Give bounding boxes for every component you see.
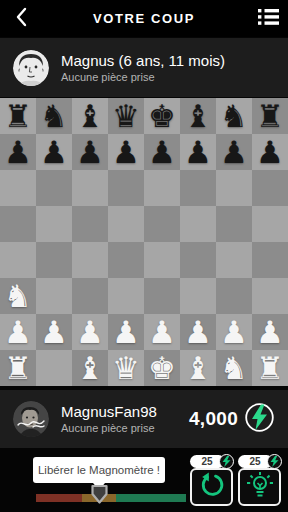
square-h3[interactable]	[252, 278, 288, 314]
square-h1[interactable]: ♜	[252, 350, 288, 386]
magnometer-marker-icon	[90, 484, 109, 509]
black-pawn-piece: ♟	[40, 134, 68, 170]
white-rook-piece: ♜	[256, 350, 284, 386]
square-e3[interactable]	[144, 278, 180, 314]
player-avatar	[13, 401, 49, 437]
square-e6[interactable]	[144, 170, 180, 206]
square-b1[interactable]	[36, 350, 72, 386]
square-d7[interactable]: ♟	[108, 134, 144, 170]
square-f6[interactable]	[180, 170, 216, 206]
black-king-piece: ♚	[148, 98, 176, 134]
square-b6[interactable]	[36, 170, 72, 206]
square-c8[interactable]: ♝	[72, 98, 108, 134]
opponent-name: Magnus (6 ans, 11 mois)	[61, 51, 275, 70]
square-f2[interactable]: ♟	[180, 314, 216, 350]
square-c1[interactable]: ♝	[72, 350, 108, 386]
square-c7[interactable]: ♟	[72, 134, 108, 170]
black-rook-piece: ♜	[256, 98, 284, 134]
white-bishop-piece: ♝	[76, 350, 104, 386]
black-bishop-piece: ♝	[76, 98, 104, 134]
opponent-panel: Magnus (6 ans, 11 mois) Aucune pièce pri…	[0, 38, 288, 97]
bolt-icon	[219, 454, 234, 469]
square-h4[interactable]	[252, 242, 288, 278]
white-knight-piece: ♞	[220, 350, 248, 386]
bolt-icon	[267, 454, 282, 469]
square-d1[interactable]: ♛	[108, 350, 144, 386]
square-h6[interactable]	[252, 170, 288, 206]
square-c3[interactable]	[72, 278, 108, 314]
white-rook-piece: ♜	[4, 350, 32, 386]
square-f4[interactable]	[180, 242, 216, 278]
opponent-info: Magnus (6 ans, 11 mois) Aucune pièce pri…	[61, 51, 275, 85]
square-g4[interactable]	[216, 242, 252, 278]
square-a7[interactable]: ♟	[0, 134, 36, 170]
square-g5[interactable]	[216, 206, 252, 242]
black-knight-piece: ♞	[40, 98, 68, 134]
square-a2[interactable]: ♟	[0, 314, 36, 350]
top-bar: VOTRE COUP	[0, 0, 288, 37]
square-g6[interactable]	[216, 170, 252, 206]
square-b4[interactable]	[36, 242, 72, 278]
white-pawn-piece: ♟	[256, 314, 284, 350]
move-list-button[interactable]	[256, 10, 280, 28]
player-panel: MagnusFan98 Aucune pièce prise 4,000	[0, 390, 288, 448]
player-captured-text: Aucune pièce prise	[61, 421, 189, 436]
square-b7[interactable]: ♟	[36, 134, 72, 170]
square-h8[interactable]: ♜	[252, 98, 288, 134]
square-f3[interactable]	[180, 278, 216, 314]
square-d2[interactable]: ♟	[108, 314, 144, 350]
square-b2[interactable]: ♟	[36, 314, 72, 350]
player-info: MagnusFan98 Aucune pièce prise	[61, 402, 189, 436]
chess-board: ♜♞♝♛♚♝♞♜♟♟♟♟♟♟♟♟♞♟♟♟♟♟♟♟♟♜♝♛♚♝♞♜	[0, 98, 288, 386]
square-a8[interactable]: ♜	[0, 98, 36, 134]
lightbulb-icon	[245, 471, 275, 503]
square-c4[interactable]	[72, 242, 108, 278]
square-e7[interactable]: ♟	[144, 134, 180, 170]
square-d8[interactable]: ♛	[108, 98, 144, 134]
square-c2[interactable]: ♟	[72, 314, 108, 350]
opponent-avatar	[13, 50, 49, 86]
black-pawn-piece: ♟	[4, 134, 32, 170]
energy-bolt-icon	[244, 402, 275, 437]
bottom-controls: Libérer le Magnomètre ! 25	[0, 448, 288, 512]
square-f7[interactable]: ♟	[180, 134, 216, 170]
square-g8[interactable]: ♞	[216, 98, 252, 134]
white-pawn-piece: ♟	[40, 314, 68, 350]
black-rook-piece: ♜	[4, 98, 32, 134]
square-e4[interactable]	[144, 242, 180, 278]
square-b3[interactable]	[36, 278, 72, 314]
magnometer-segment-green	[116, 494, 186, 502]
square-e1[interactable]: ♚	[144, 350, 180, 386]
square-h2[interactable]: ♟	[252, 314, 288, 350]
square-d6[interactable]	[108, 170, 144, 206]
white-knight-piece: ♞	[4, 278, 32, 314]
square-b8[interactable]: ♞	[36, 98, 72, 134]
square-d4[interactable]	[108, 242, 144, 278]
hint-button[interactable]	[238, 468, 281, 506]
square-a3[interactable]: ♞	[0, 278, 36, 314]
magnometer-segment-red	[36, 494, 82, 502]
player-name: MagnusFan98	[61, 402, 189, 421]
square-b5[interactable]	[36, 206, 72, 242]
square-a4[interactable]	[0, 242, 36, 278]
black-bishop-piece: ♝	[184, 98, 212, 134]
square-h5[interactable]	[252, 206, 288, 242]
square-c6[interactable]	[72, 170, 108, 206]
black-pawn-piece: ♟	[148, 134, 176, 170]
page-title: VOTRE COUP	[0, 0, 288, 37]
white-pawn-piece: ♟	[112, 314, 140, 350]
black-pawn-piece: ♟	[184, 134, 212, 170]
square-a5[interactable]	[0, 206, 36, 242]
black-pawn-piece: ♟	[256, 134, 284, 170]
white-pawn-piece: ♟	[220, 314, 248, 350]
square-a1[interactable]: ♜	[0, 350, 36, 386]
white-bishop-piece: ♝	[184, 350, 212, 386]
square-h7[interactable]: ♟	[252, 134, 288, 170]
square-f8[interactable]: ♝	[180, 98, 216, 134]
energy-count: 4,000	[189, 408, 238, 430]
white-pawn-piece: ♟	[148, 314, 176, 350]
undo-button[interactable]	[190, 468, 233, 506]
black-queen-piece: ♛	[112, 98, 140, 134]
square-a6[interactable]	[0, 170, 36, 206]
hint-count-badge: 25	[238, 454, 282, 469]
square-g1[interactable]: ♞	[216, 350, 252, 386]
list-icon	[258, 9, 279, 29]
square-d3[interactable]	[108, 278, 144, 314]
undo-count-badge: 25	[190, 454, 234, 469]
black-pawn-piece: ♟	[76, 134, 104, 170]
undo-icon	[198, 472, 225, 502]
black-pawn-piece: ♟	[220, 134, 248, 170]
black-knight-piece: ♞	[220, 98, 248, 134]
square-f1[interactable]: ♝	[180, 350, 216, 386]
square-g7[interactable]: ♟	[216, 134, 252, 170]
white-pawn-piece: ♟	[184, 314, 212, 350]
square-d5[interactable]	[108, 206, 144, 242]
square-e2[interactable]: ♟	[144, 314, 180, 350]
white-king-piece: ♚	[148, 350, 176, 386]
square-e8[interactable]: ♚	[144, 98, 180, 134]
square-e5[interactable]	[144, 206, 180, 242]
game-screen: VOTRE COUP	[0, 0, 288, 512]
magnometer-bar	[36, 494, 186, 502]
square-f5[interactable]	[180, 206, 216, 242]
white-queen-piece: ♛	[112, 350, 140, 386]
square-c5[interactable]	[72, 206, 108, 242]
white-pawn-piece: ♟	[4, 314, 32, 350]
magnometer-tooltip: Libérer le Magnomètre !	[33, 457, 165, 483]
black-pawn-piece: ♟	[112, 134, 140, 170]
opponent-captured-text: Aucune pièce prise	[61, 70, 275, 85]
square-g2[interactable]: ♟	[216, 314, 252, 350]
energy-display: 4,000	[189, 402, 275, 437]
square-g3[interactable]	[216, 278, 252, 314]
white-pawn-piece: ♟	[76, 314, 104, 350]
